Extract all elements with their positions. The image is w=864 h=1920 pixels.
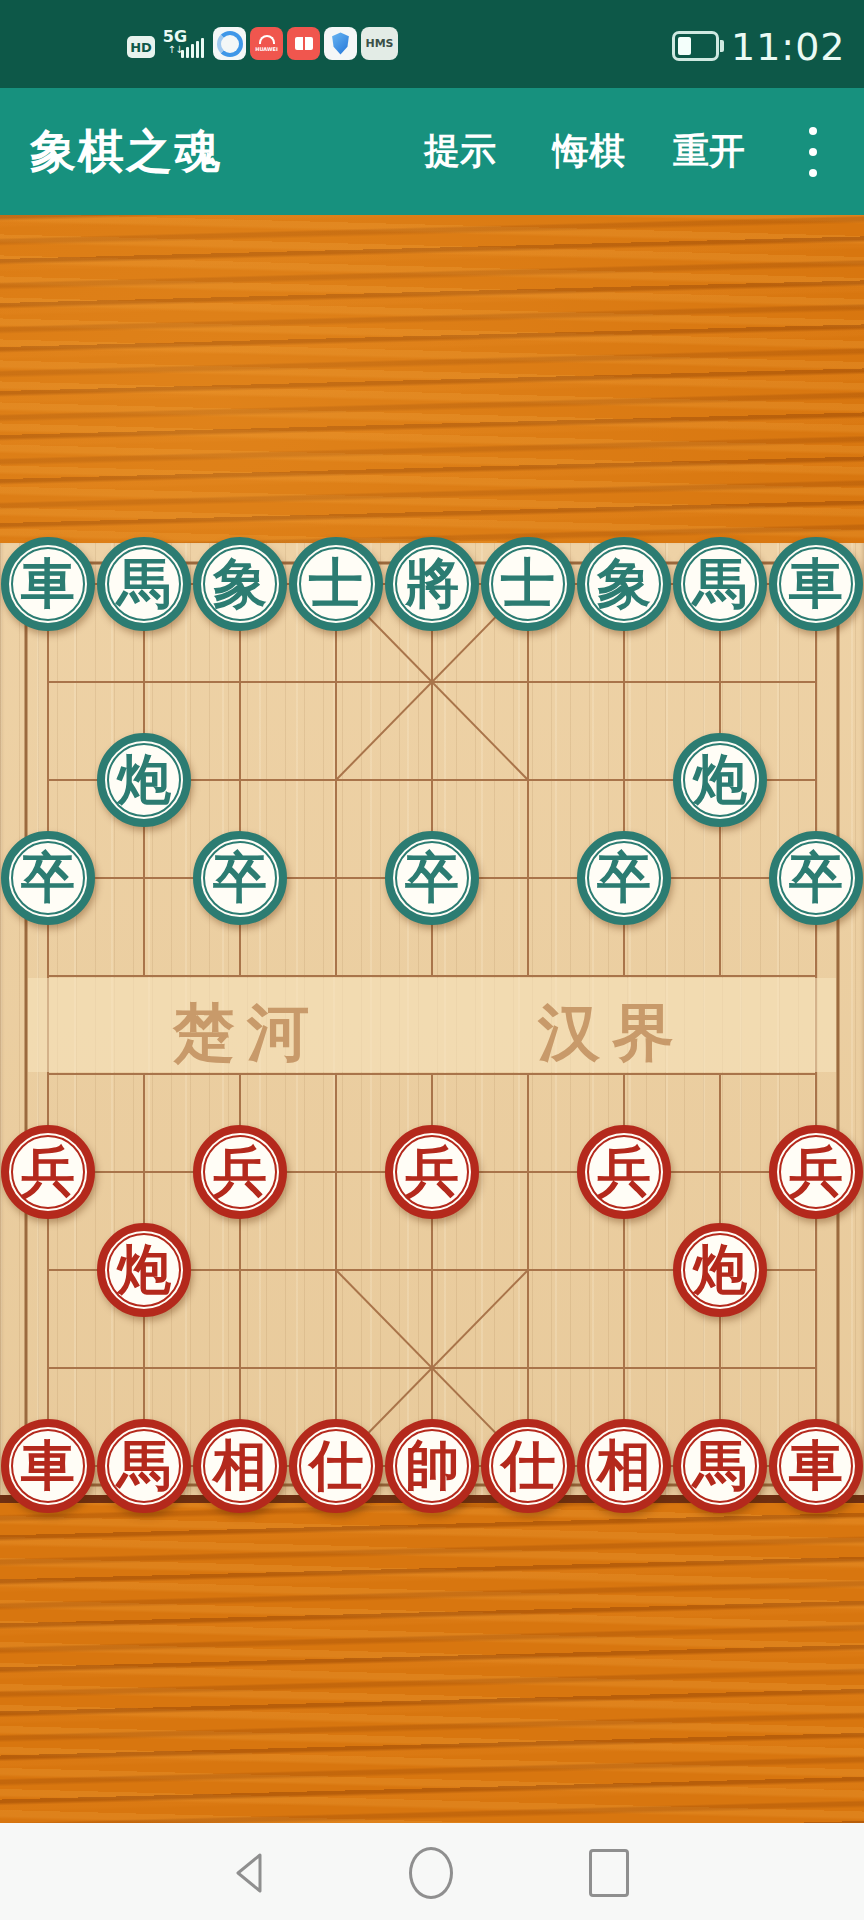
xiangqi-board[interactable]: 楚河 汉界 車馬象士將士象馬車炮炮卒卒卒卒卒兵兵兵兵兵炮炮車馬相仕帥仕相馬車 <box>0 543 864 1503</box>
piece-red-cannon[interactable]: 炮 <box>673 1223 767 1317</box>
hd-badge-icon: HD <box>127 36 155 58</box>
status-time: 11:02 <box>731 25 846 69</box>
piece-black-elephant[interactable]: 象 <box>577 537 671 631</box>
piece-glyph: 象 <box>597 557 651 611</box>
appgallery-label: HUAWEI <box>255 46 278 52</box>
piece-black-elephant[interactable]: 象 <box>193 537 287 631</box>
piece-black-soldier[interactable]: 卒 <box>769 831 863 925</box>
piece-glyph: 兵 <box>597 1145 651 1199</box>
piece-red-soldier[interactable]: 兵 <box>769 1125 863 1219</box>
piece-glyph: 兵 <box>789 1145 843 1199</box>
piece-glyph: 相 <box>597 1439 651 1493</box>
restart-button[interactable]: 重开 <box>673 88 745 215</box>
piece-glyph: 車 <box>21 557 75 611</box>
piece-glyph: 卒 <box>21 851 75 905</box>
piece-red-soldier[interactable]: 兵 <box>193 1125 287 1219</box>
piece-red-general[interactable]: 帥 <box>385 1419 479 1513</box>
piece-glyph: 炮 <box>693 1243 747 1297</box>
piece-glyph: 將 <box>405 557 459 611</box>
hms-icon: HMS <box>361 27 398 60</box>
piece-red-elephant[interactable]: 相 <box>193 1419 287 1513</box>
piece-black-chariot[interactable]: 車 <box>1 537 95 631</box>
piece-glyph: 炮 <box>693 753 747 807</box>
piece-glyph: 卒 <box>597 851 651 905</box>
piece-glyph: 仕 <box>309 1439 363 1493</box>
piece-glyph: 車 <box>789 1439 843 1493</box>
piece-glyph: 炮 <box>117 753 171 807</box>
piece-red-soldier[interactable]: 兵 <box>385 1125 479 1219</box>
river-label-left: 楚河 <box>147 991 347 1075</box>
shield-icon <box>324 27 357 60</box>
piece-red-horse[interactable]: 馬 <box>97 1419 191 1513</box>
piece-glyph: 馬 <box>693 557 747 611</box>
river-label-right: 汉界 <box>512 991 712 1075</box>
piece-black-chariot[interactable]: 車 <box>769 537 863 631</box>
piece-black-general[interactable]: 將 <box>385 537 479 631</box>
piece-black-soldier[interactable]: 卒 <box>193 831 287 925</box>
books-icon <box>287 27 320 60</box>
status-bar: HD 5G ↑↓ HUAWEI HMS 11:02 <box>0 0 864 88</box>
piece-black-soldier[interactable]: 卒 <box>1 831 95 925</box>
piece-glyph: 士 <box>309 557 363 611</box>
piece-black-soldier[interactable]: 卒 <box>577 831 671 925</box>
piece-glyph: 卒 <box>213 851 267 905</box>
piece-red-chariot[interactable]: 車 <box>1 1419 95 1513</box>
piece-glyph: 兵 <box>213 1145 267 1199</box>
piece-red-chariot[interactable]: 車 <box>769 1419 863 1513</box>
piece-glyph: 兵 <box>21 1145 75 1199</box>
weather-icon <box>213 27 246 60</box>
piece-glyph: 馬 <box>117 557 171 611</box>
home-icon[interactable] <box>407 1849 455 1897</box>
piece-red-advisor[interactable]: 仕 <box>289 1419 383 1513</box>
piece-black-horse[interactable]: 馬 <box>97 537 191 631</box>
recents-icon[interactable] <box>585 1849 633 1897</box>
appgallery-icon: HUAWEI <box>250 27 283 60</box>
piece-black-soldier[interactable]: 卒 <box>385 831 479 925</box>
overflow-menu-icon[interactable] <box>803 127 823 177</box>
hint-button[interactable]: 提示 <box>424 88 496 215</box>
undo-move-button[interactable]: 悔棋 <box>553 88 625 215</box>
piece-glyph: 卒 <box>789 851 843 905</box>
piece-glyph: 相 <box>213 1439 267 1493</box>
piece-glyph: 炮 <box>117 1243 171 1297</box>
piece-red-advisor[interactable]: 仕 <box>481 1419 575 1513</box>
piece-black-advisor[interactable]: 士 <box>481 537 575 631</box>
piece-glyph: 馬 <box>693 1439 747 1493</box>
piece-red-soldier[interactable]: 兵 <box>577 1125 671 1219</box>
piece-glyph: 帥 <box>405 1439 459 1493</box>
battery-icon <box>672 31 719 61</box>
piece-red-soldier[interactable]: 兵 <box>1 1125 95 1219</box>
piece-black-horse[interactable]: 馬 <box>673 537 767 631</box>
piece-red-cannon[interactable]: 炮 <box>97 1223 191 1317</box>
signal-bars-icon <box>181 38 204 58</box>
piece-red-horse[interactable]: 馬 <box>673 1419 767 1513</box>
piece-glyph: 象 <box>213 557 267 611</box>
back-icon[interactable] <box>226 1849 274 1897</box>
wood-background: 楚河 汉界 車馬象士將士象馬車炮炮卒卒卒卒卒兵兵兵兵兵炮炮車馬相仕帥仕相馬車 <box>0 215 864 1823</box>
piece-glyph: 仕 <box>501 1439 555 1493</box>
piece-black-advisor[interactable]: 士 <box>289 537 383 631</box>
piece-black-cannon[interactable]: 炮 <box>673 733 767 827</box>
phone-screen: HD 5G ↑↓ HUAWEI HMS 11:02 象棋之魂 提示 悔棋 重开 <box>0 0 864 1920</box>
piece-glyph: 兵 <box>405 1145 459 1199</box>
android-nav-bar <box>0 1823 864 1920</box>
app-bar: 象棋之魂 提示 悔棋 重开 <box>0 88 864 215</box>
piece-black-cannon[interactable]: 炮 <box>97 733 191 827</box>
piece-glyph: 士 <box>501 557 555 611</box>
piece-glyph: 車 <box>21 1439 75 1493</box>
piece-glyph: 卒 <box>405 851 459 905</box>
piece-glyph: 車 <box>789 557 843 611</box>
app-title: 象棋之魂 <box>30 88 222 215</box>
piece-red-elephant[interactable]: 相 <box>577 1419 671 1513</box>
piece-glyph: 馬 <box>117 1439 171 1493</box>
